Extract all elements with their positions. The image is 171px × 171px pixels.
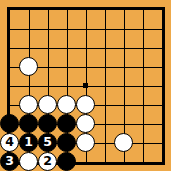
board-cell	[67, 48, 86, 67]
board-cell	[48, 10, 67, 29]
board-cell	[29, 29, 48, 48]
board-cell	[48, 105, 67, 124]
board-cell	[29, 10, 48, 29]
board-cell	[29, 48, 48, 67]
board-cell	[67, 29, 86, 48]
board-cell	[105, 67, 124, 86]
board-cell	[29, 105, 48, 124]
board-cell	[67, 105, 86, 124]
board-cell	[86, 48, 105, 67]
board-cell	[143, 86, 162, 105]
board-cell	[105, 143, 124, 162]
board-cell	[29, 124, 48, 143]
board-cell	[48, 86, 67, 105]
board-cell	[10, 48, 29, 67]
board-cell	[124, 143, 143, 162]
board-cell	[10, 143, 29, 162]
board-cell	[124, 10, 143, 29]
go-diagram: 41532	[0, 0, 171, 171]
board-cell	[48, 124, 67, 143]
board-cell	[10, 124, 29, 143]
board-cell	[86, 105, 105, 124]
board-cell	[10, 86, 29, 105]
board-cell	[48, 48, 67, 67]
board-cell	[143, 124, 162, 143]
board-cell	[10, 10, 29, 29]
board-cell	[124, 48, 143, 67]
board-cell	[86, 10, 105, 29]
star-point	[83, 83, 88, 88]
board-cell	[143, 105, 162, 124]
board-cell	[124, 67, 143, 86]
board-cell	[105, 10, 124, 29]
board-cell	[124, 86, 143, 105]
board-cell	[29, 86, 48, 105]
board-cell	[143, 67, 162, 86]
board-cell	[143, 29, 162, 48]
board-cell	[124, 124, 143, 143]
board-cell	[48, 67, 67, 86]
board-cell	[124, 105, 143, 124]
board-cell	[86, 124, 105, 143]
board-cell	[86, 67, 105, 86]
board-cell	[48, 143, 67, 162]
board-cell	[86, 86, 105, 105]
board-cell	[67, 124, 86, 143]
board-cell	[143, 48, 162, 67]
board-cell	[10, 105, 29, 124]
board-cell	[67, 10, 86, 29]
board-cell	[67, 86, 86, 105]
board-cell	[105, 105, 124, 124]
board-cell	[86, 29, 105, 48]
board-cell	[48, 29, 67, 48]
board-cell	[124, 29, 143, 48]
board-cell	[67, 143, 86, 162]
board-cell	[105, 48, 124, 67]
board-cell	[143, 143, 162, 162]
board-cell	[10, 29, 29, 48]
board-cell	[10, 67, 29, 86]
board-cell	[29, 67, 48, 86]
board-cell	[105, 124, 124, 143]
board-cell	[105, 29, 124, 48]
board-cell	[143, 10, 162, 29]
board-cell	[86, 143, 105, 162]
board-cell	[29, 143, 48, 162]
board-cell	[105, 86, 124, 105]
